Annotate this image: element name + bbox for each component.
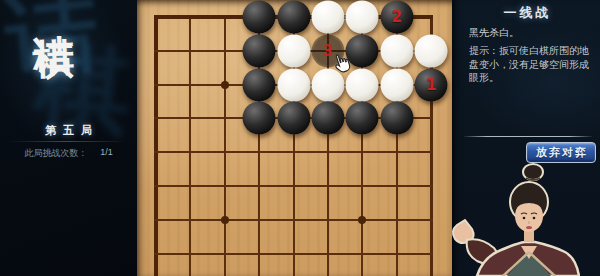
move-number: 1 xyxy=(426,75,436,93)
black-stone xyxy=(243,68,276,101)
white-stone xyxy=(380,68,413,101)
right-panel: 一线战 黑先杀白。 提示：扳可使白棋所围的地盘变小，没有足够空间形成眼形。 放弃… xyxy=(452,0,600,276)
grid-line xyxy=(154,185,433,187)
game-screen: 诘 棋 诘棋 第五局 此局挑战次数： 1/1 123 一线战 黑先杀白。 提示：… xyxy=(0,0,600,276)
white-stone xyxy=(346,1,379,34)
grid-line xyxy=(189,15,191,276)
white-stone xyxy=(277,34,310,67)
black-stone xyxy=(346,102,379,135)
black-stone xyxy=(243,102,276,135)
round-label: 第五局 xyxy=(0,123,137,138)
puzzle-mode-title: 诘棋 xyxy=(30,1,75,11)
black-stone xyxy=(243,1,276,34)
left-panel: 诘 棋 诘棋 第五局 此局挑战次数： 1/1 xyxy=(0,0,137,276)
grid-line xyxy=(154,253,433,255)
black-stone xyxy=(312,102,345,135)
challenge-label: 此局挑战次数： xyxy=(24,147,87,160)
star-point xyxy=(221,216,229,224)
objective-text: 黑先杀白。 xyxy=(469,26,519,40)
divider xyxy=(8,141,126,142)
white-stone xyxy=(312,1,345,34)
npc-portrait xyxy=(446,158,580,276)
white-stone xyxy=(415,34,448,67)
hint-text: 提示：扳可使白棋所围的地盘变小，没有足够空间形成眼形。 xyxy=(469,44,593,85)
black-stone xyxy=(380,102,413,135)
go-board[interactable]: 123 xyxy=(137,0,452,276)
grid-line xyxy=(224,15,226,276)
star-point xyxy=(358,216,366,224)
challenge-value: 1/1 xyxy=(100,147,113,160)
divider xyxy=(464,136,592,137)
move-number: 2 xyxy=(392,8,402,26)
black-stone xyxy=(277,1,310,34)
white-stone xyxy=(380,34,413,67)
grid-line xyxy=(154,219,433,221)
challenge-counter: 此局挑战次数： 1/1 xyxy=(0,147,137,160)
grid-line xyxy=(154,151,433,153)
black-stone xyxy=(243,34,276,67)
white-stone xyxy=(277,68,310,101)
background-calligraphy-glyph: 诘 xyxy=(1,0,102,85)
star-point xyxy=(221,81,229,89)
puzzle-title: 一线战 xyxy=(452,4,600,22)
grid-line xyxy=(154,15,158,276)
black-stone xyxy=(277,102,310,135)
